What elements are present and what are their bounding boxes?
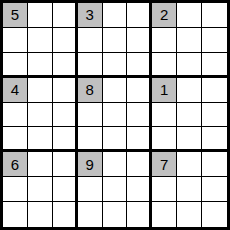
sudoku-cell-r6c2[interactable] bbox=[28, 127, 53, 152]
sudoku-cell-r7c7: 7 bbox=[152, 152, 177, 177]
sudoku-cell-r1c5[interactable] bbox=[103, 3, 128, 28]
sudoku-cell-r8c4[interactable] bbox=[78, 177, 103, 202]
sudoku-cell-r3c2[interactable] bbox=[28, 53, 53, 78]
sudoku-cell-r8c5[interactable] bbox=[103, 177, 128, 202]
sudoku-cell-r5c1[interactable] bbox=[3, 103, 28, 128]
sudoku-cell-r6c8[interactable] bbox=[177, 127, 202, 152]
sudoku-cell-r1c3[interactable] bbox=[53, 3, 78, 28]
sudoku-cell-r1c6[interactable] bbox=[127, 3, 152, 28]
sudoku-cell-r6c9[interactable] bbox=[202, 127, 227, 152]
sudoku-cell-r1c9[interactable] bbox=[202, 3, 227, 28]
sudoku-cell-r1c7: 2 bbox=[152, 3, 177, 28]
sudoku-cell-r7c2[interactable] bbox=[28, 152, 53, 177]
sudoku-cell-r6c3[interactable] bbox=[53, 127, 78, 152]
sudoku-cell-r4c3[interactable] bbox=[53, 78, 78, 103]
sudoku-cell-r4c8[interactable] bbox=[177, 78, 202, 103]
sudoku-cell-r5c2[interactable] bbox=[28, 103, 53, 128]
sudoku-cell-r4c4: 8 bbox=[78, 78, 103, 103]
sudoku-cell-r8c2[interactable] bbox=[28, 177, 53, 202]
sudoku-cell-r2c4[interactable] bbox=[78, 28, 103, 53]
sudoku-cell-r9c5[interactable] bbox=[103, 202, 128, 227]
sudoku-cell-r2c5[interactable] bbox=[103, 28, 128, 53]
sudoku-cell-r4c2[interactable] bbox=[28, 78, 53, 103]
sudoku-cell-r7c3[interactable] bbox=[53, 152, 78, 177]
sudoku-cell-r8c9[interactable] bbox=[202, 177, 227, 202]
sudoku-cell-r3c8[interactable] bbox=[177, 53, 202, 78]
sudoku-cell-r8c6[interactable] bbox=[127, 177, 152, 202]
sudoku-cell-r6c5[interactable] bbox=[103, 127, 128, 152]
sudoku-cell-r3c7[interactable] bbox=[152, 53, 177, 78]
sudoku-cell-r2c3[interactable] bbox=[53, 28, 78, 53]
sudoku-cell-r4c7: 1 bbox=[152, 78, 177, 103]
sudoku-cell-r5c7[interactable] bbox=[152, 103, 177, 128]
sudoku-cell-r5c4[interactable] bbox=[78, 103, 103, 128]
sudoku-cell-r9c9[interactable] bbox=[202, 202, 227, 227]
sudoku-cell-r6c1[interactable] bbox=[3, 127, 28, 152]
sudoku-cell-r5c9[interactable] bbox=[202, 103, 227, 128]
sudoku-cell-r2c9[interactable] bbox=[202, 28, 227, 53]
sudoku-cell-r8c3[interactable] bbox=[53, 177, 78, 202]
sudoku-cell-r7c4: 9 bbox=[78, 152, 103, 177]
sudoku-cell-r5c8[interactable] bbox=[177, 103, 202, 128]
sudoku-cell-r7c5[interactable] bbox=[103, 152, 128, 177]
sudoku-cell-r2c8[interactable] bbox=[177, 28, 202, 53]
sudoku-cell-r2c2[interactable] bbox=[28, 28, 53, 53]
sudoku-cell-r7c6[interactable] bbox=[127, 152, 152, 177]
sudoku-cell-r3c4[interactable] bbox=[78, 53, 103, 78]
sudoku-cell-r3c5[interactable] bbox=[103, 53, 128, 78]
sudoku-cell-r4c6[interactable] bbox=[127, 78, 152, 103]
sudoku-cell-r6c7[interactable] bbox=[152, 127, 177, 152]
sudoku-cell-r9c6[interactable] bbox=[127, 202, 152, 227]
sudoku-board: 532481697 bbox=[0, 0, 230, 230]
sudoku-cell-r6c6[interactable] bbox=[127, 127, 152, 152]
sudoku-cell-r8c1[interactable] bbox=[3, 177, 28, 202]
sudoku-cell-r2c7[interactable] bbox=[152, 28, 177, 53]
sudoku-cell-r7c9[interactable] bbox=[202, 152, 227, 177]
sudoku-cell-r7c8[interactable] bbox=[177, 152, 202, 177]
sudoku-cell-r3c6[interactable] bbox=[127, 53, 152, 78]
sudoku-cell-r9c8[interactable] bbox=[177, 202, 202, 227]
sudoku-cell-r1c8[interactable] bbox=[177, 3, 202, 28]
sudoku-cell-r9c1[interactable] bbox=[3, 202, 28, 227]
sudoku-cell-r2c1[interactable] bbox=[3, 28, 28, 53]
sudoku-cell-r9c4[interactable] bbox=[78, 202, 103, 227]
sudoku-cell-r9c2[interactable] bbox=[28, 202, 53, 227]
sudoku-cell-r4c1: 4 bbox=[3, 78, 28, 103]
sudoku-cell-r1c2[interactable] bbox=[28, 3, 53, 28]
sudoku-cell-r9c7[interactable] bbox=[152, 202, 177, 227]
sudoku-cell-r8c8[interactable] bbox=[177, 177, 202, 202]
sudoku-cell-r3c3[interactable] bbox=[53, 53, 78, 78]
sudoku-cell-r4c5[interactable] bbox=[103, 78, 128, 103]
sudoku-cell-r1c1: 5 bbox=[3, 3, 28, 28]
sudoku-cell-r3c9[interactable] bbox=[202, 53, 227, 78]
sudoku-cell-r5c3[interactable] bbox=[53, 103, 78, 128]
sudoku-cell-r5c6[interactable] bbox=[127, 103, 152, 128]
sudoku-cell-r2c6[interactable] bbox=[127, 28, 152, 53]
sudoku-cell-r5c5[interactable] bbox=[103, 103, 128, 128]
sudoku-cell-r9c3[interactable] bbox=[53, 202, 78, 227]
sudoku-cell-r1c4: 3 bbox=[78, 3, 103, 28]
sudoku-cell-r7c1: 6 bbox=[3, 152, 28, 177]
sudoku-cell-r4c9[interactable] bbox=[202, 78, 227, 103]
sudoku-cell-r3c1[interactable] bbox=[3, 53, 28, 78]
sudoku-cell-r6c4[interactable] bbox=[78, 127, 103, 152]
sudoku-cell-r8c7[interactable] bbox=[152, 177, 177, 202]
